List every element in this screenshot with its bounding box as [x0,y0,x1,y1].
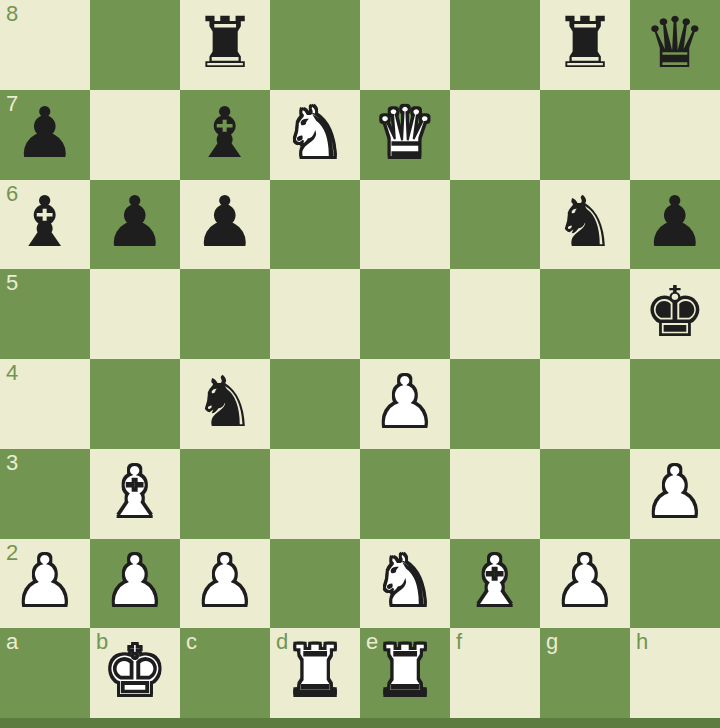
square-h6[interactable]: ♟ [630,180,720,270]
square-d7[interactable]: ♞ [270,90,360,180]
square-d4[interactable] [270,359,360,449]
square-f2[interactable]: ♝ [450,539,540,629]
square-d6[interactable] [270,180,360,270]
piece-white-knight[interactable]: ♞ [284,98,347,168]
piece-white-pawn[interactable]: ♟ [194,546,257,616]
file-label-g: g [546,630,558,654]
square-h8[interactable]: ♛ [630,0,720,90]
square-b2[interactable]: ♟ [90,539,180,629]
piece-black-bishop[interactable]: ♝ [14,187,77,257]
square-c5[interactable] [180,269,270,359]
square-g3[interactable] [540,449,630,539]
square-h4[interactable] [630,359,720,449]
piece-black-rook[interactable]: ♜ [194,8,257,78]
piece-white-knight[interactable]: ♞ [374,546,437,616]
piece-black-pawn[interactable]: ♟ [14,98,77,168]
square-d1[interactable]: d♜ [270,628,360,718]
square-e2[interactable]: ♞ [360,539,450,629]
square-h3[interactable]: ♟ [630,449,720,539]
square-a4[interactable]: 4 [0,359,90,449]
piece-white-rook[interactable]: ♜ [374,636,437,706]
board-bottom-strip [0,718,720,728]
piece-white-king[interactable]: ♚ [104,636,167,706]
square-c7[interactable]: ♝ [180,90,270,180]
square-e3[interactable] [360,449,450,539]
square-a5[interactable]: 5 [0,269,90,359]
piece-black-pawn[interactable]: ♟ [194,187,257,257]
square-b5[interactable] [90,269,180,359]
square-f5[interactable] [450,269,540,359]
square-h5[interactable]: ♚ [630,269,720,359]
rank-label-5: 5 [6,271,18,295]
piece-black-pawn[interactable]: ♟ [644,187,707,257]
square-e4[interactable]: ♟ [360,359,450,449]
file-label-h: h [636,630,648,654]
piece-white-bishop[interactable]: ♝ [104,457,167,527]
square-c6[interactable]: ♟ [180,180,270,270]
file-label-a: a [6,630,18,654]
square-b1[interactable]: b♚ [90,628,180,718]
square-c3[interactable] [180,449,270,539]
square-c8[interactable]: ♜ [180,0,270,90]
square-h2[interactable] [630,539,720,629]
square-a3[interactable]: 3 [0,449,90,539]
square-d5[interactable] [270,269,360,359]
piece-white-pawn[interactable]: ♟ [554,546,617,616]
square-f8[interactable] [450,0,540,90]
piece-white-rook[interactable]: ♜ [284,636,347,706]
piece-white-bishop[interactable]: ♝ [464,546,527,616]
piece-black-rook[interactable]: ♜ [554,8,617,78]
piece-black-king[interactable]: ♚ [644,277,707,347]
rank-label-4: 4 [6,361,18,385]
square-f4[interactable] [450,359,540,449]
piece-black-knight[interactable]: ♞ [194,367,257,437]
square-c1[interactable]: c [180,628,270,718]
square-b7[interactable] [90,90,180,180]
square-a7[interactable]: 7♟ [0,90,90,180]
square-g8[interactable]: ♜ [540,0,630,90]
square-e6[interactable] [360,180,450,270]
square-h1[interactable]: h [630,628,720,718]
piece-white-pawn[interactable]: ♟ [104,546,167,616]
square-h7[interactable] [630,90,720,180]
square-f6[interactable] [450,180,540,270]
square-d3[interactable] [270,449,360,539]
square-e7[interactable]: ♛ [360,90,450,180]
square-a2[interactable]: 2♟ [0,539,90,629]
square-e8[interactable] [360,0,450,90]
piece-white-queen[interactable]: ♛ [374,98,437,168]
square-c2[interactable]: ♟ [180,539,270,629]
piece-black-knight[interactable]: ♞ [554,187,617,257]
piece-white-pawn[interactable]: ♟ [374,367,437,437]
square-g4[interactable] [540,359,630,449]
square-b6[interactable]: ♟ [90,180,180,270]
square-e5[interactable] [360,269,450,359]
square-b4[interactable] [90,359,180,449]
rank-label-3: 3 [6,451,18,475]
square-b3[interactable]: ♝ [90,449,180,539]
square-g1[interactable]: g [540,628,630,718]
file-label-c: c [186,630,197,654]
square-d8[interactable] [270,0,360,90]
square-f3[interactable] [450,449,540,539]
piece-black-queen[interactable]: ♛ [644,8,707,78]
square-g5[interactable] [540,269,630,359]
square-a6[interactable]: 6♝ [0,180,90,270]
square-f7[interactable] [450,90,540,180]
piece-white-pawn[interactable]: ♟ [14,546,77,616]
file-label-f: f [456,630,462,654]
rank-label-8: 8 [6,2,18,26]
square-d2[interactable] [270,539,360,629]
piece-white-pawn[interactable]: ♟ [644,457,707,527]
square-a1[interactable]: a [0,628,90,718]
square-g6[interactable]: ♞ [540,180,630,270]
square-e1[interactable]: e♜ [360,628,450,718]
square-a8[interactable]: 8 [0,0,90,90]
piece-black-pawn[interactable]: ♟ [104,187,167,257]
square-c4[interactable]: ♞ [180,359,270,449]
square-g2[interactable]: ♟ [540,539,630,629]
square-b8[interactable] [90,0,180,90]
square-f1[interactable]: f [450,628,540,718]
piece-black-bishop[interactable]: ♝ [194,98,257,168]
chess-board: 8♜♜♛7♟♝♞♛6♝♟♟♞♟5♚4♞♟3♝♟2♟♟♟♞♝♟ab♚cd♜e♜fg… [0,0,720,718]
square-g7[interactable] [540,90,630,180]
